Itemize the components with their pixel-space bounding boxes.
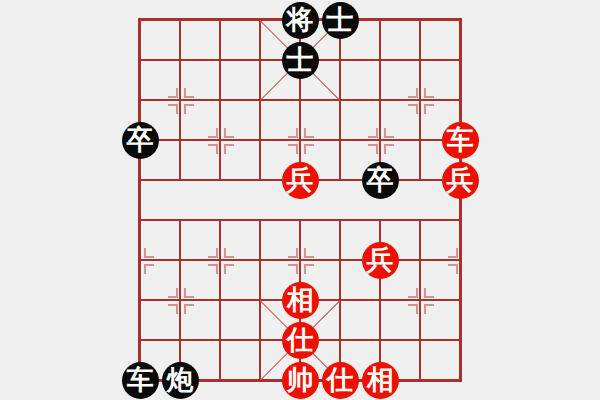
- xiangqi-board: 将士士卒车兵卒兵兵相仕车炮帅仕相: [0, 0, 600, 400]
- piece-black-advisor[interactable]: 士: [322, 2, 359, 39]
- piece-red-soldier[interactable]: 兵: [362, 242, 399, 279]
- piece-red-general[interactable]: 帅: [282, 362, 319, 399]
- piece-red-advisor[interactable]: 仕: [322, 362, 359, 399]
- piece-black-soldier[interactable]: 卒: [362, 162, 399, 199]
- piece-red-soldier[interactable]: 兵: [282, 162, 319, 199]
- piece-black-general[interactable]: 将: [282, 2, 319, 39]
- piece-red-elephant[interactable]: 相: [362, 362, 399, 399]
- piece-red-elephant[interactable]: 相: [282, 282, 319, 319]
- piece-black-advisor[interactable]: 士: [282, 42, 319, 79]
- piece-red-soldier[interactable]: 兵: [442, 162, 479, 199]
- piece-black-cannon[interactable]: 炮: [162, 362, 199, 399]
- piece-red-advisor[interactable]: 仕: [282, 322, 319, 359]
- piece-black-soldier[interactable]: 卒: [122, 122, 159, 159]
- piece-layer[interactable]: 将士士卒车兵卒兵兵相仕车炮帅仕相: [120, 0, 480, 400]
- piece-red-chariot[interactable]: 车: [442, 122, 479, 159]
- piece-black-chariot[interactable]: 车: [122, 362, 159, 399]
